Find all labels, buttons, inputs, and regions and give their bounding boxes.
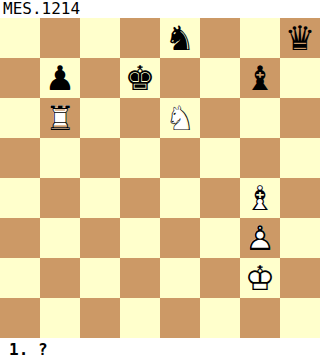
- square-g3[interactable]: ♟♙: [240, 218, 280, 258]
- square-a4[interactable]: [0, 178, 40, 218]
- square-d3[interactable]: [120, 218, 160, 258]
- square-h4[interactable]: [280, 178, 320, 218]
- square-g1[interactable]: [240, 298, 280, 338]
- white-king-fill: ♚: [240, 258, 280, 298]
- white-rook-piece[interactable]: ♖: [40, 98, 80, 138]
- square-c1[interactable]: [80, 298, 120, 338]
- puzzle-title: MES.1214: [0, 0, 320, 18]
- square-g7[interactable]: ♝: [240, 58, 280, 98]
- square-c5[interactable]: [80, 138, 120, 178]
- square-f5[interactable]: [200, 138, 240, 178]
- white-bishop-fill: ♝: [240, 178, 280, 218]
- square-d2[interactable]: [120, 258, 160, 298]
- square-a6[interactable]: [0, 98, 40, 138]
- square-c3[interactable]: [80, 218, 120, 258]
- white-pawn-piece[interactable]: ♙: [240, 218, 280, 258]
- square-e2[interactable]: [160, 258, 200, 298]
- square-b1[interactable]: [40, 298, 80, 338]
- black-knight-piece[interactable]: ♞: [160, 18, 200, 58]
- square-f1[interactable]: [200, 298, 240, 338]
- square-c7[interactable]: [80, 58, 120, 98]
- square-e6[interactable]: ♞♘: [160, 98, 200, 138]
- square-d5[interactable]: [120, 138, 160, 178]
- chess-board: ♞♛♟♚♝♜♖♞♘♝♗♟♙♚♔: [0, 18, 320, 338]
- white-knight-piece[interactable]: ♘: [160, 98, 200, 138]
- square-b7[interactable]: ♟: [40, 58, 80, 98]
- square-d6[interactable]: [120, 98, 160, 138]
- square-d8[interactable]: [120, 18, 160, 58]
- square-e8[interactable]: ♞: [160, 18, 200, 58]
- white-rook-fill: ♜: [40, 98, 80, 138]
- move-prompt: 1. ?: [0, 338, 320, 360]
- square-d4[interactable]: [120, 178, 160, 218]
- square-f7[interactable]: [200, 58, 240, 98]
- white-king-piece[interactable]: ♔: [240, 258, 280, 298]
- black-pawn-piece[interactable]: ♟: [40, 58, 80, 98]
- square-c6[interactable]: [80, 98, 120, 138]
- square-g6[interactable]: [240, 98, 280, 138]
- square-h5[interactable]: [280, 138, 320, 178]
- square-h3[interactable]: [280, 218, 320, 258]
- square-f4[interactable]: [200, 178, 240, 218]
- square-b6[interactable]: ♜♖: [40, 98, 80, 138]
- white-pawn-fill: ♟: [240, 218, 280, 258]
- square-e4[interactable]: [160, 178, 200, 218]
- square-c8[interactable]: [80, 18, 120, 58]
- square-e7[interactable]: [160, 58, 200, 98]
- square-b3[interactable]: [40, 218, 80, 258]
- square-b2[interactable]: [40, 258, 80, 298]
- square-g2[interactable]: ♚♔: [240, 258, 280, 298]
- square-e3[interactable]: [160, 218, 200, 258]
- square-f6[interactable]: [200, 98, 240, 138]
- square-b8[interactable]: [40, 18, 80, 58]
- square-d7[interactable]: ♚: [120, 58, 160, 98]
- black-king-piece[interactable]: ♚: [120, 58, 160, 98]
- square-a3[interactable]: [0, 218, 40, 258]
- square-b5[interactable]: [40, 138, 80, 178]
- square-h7[interactable]: [280, 58, 320, 98]
- square-a8[interactable]: [0, 18, 40, 58]
- square-d1[interactable]: [120, 298, 160, 338]
- square-g5[interactable]: [240, 138, 280, 178]
- black-bishop-piece[interactable]: ♝: [240, 58, 280, 98]
- square-a2[interactable]: [0, 258, 40, 298]
- black-queen-piece[interactable]: ♛: [280, 18, 320, 58]
- square-c4[interactable]: [80, 178, 120, 218]
- square-e5[interactable]: [160, 138, 200, 178]
- square-c2[interactable]: [80, 258, 120, 298]
- square-f3[interactable]: [200, 218, 240, 258]
- square-e1[interactable]: [160, 298, 200, 338]
- square-f2[interactable]: [200, 258, 240, 298]
- square-h1[interactable]: [280, 298, 320, 338]
- square-g4[interactable]: ♝♗: [240, 178, 280, 218]
- square-h2[interactable]: [280, 258, 320, 298]
- square-b4[interactable]: [40, 178, 80, 218]
- square-h6[interactable]: [280, 98, 320, 138]
- white-bishop-piece[interactable]: ♗: [240, 178, 280, 218]
- white-knight-fill: ♞: [160, 98, 200, 138]
- square-a7[interactable]: [0, 58, 40, 98]
- square-f8[interactable]: [200, 18, 240, 58]
- square-g8[interactable]: [240, 18, 280, 58]
- square-a1[interactable]: [0, 298, 40, 338]
- square-h8[interactable]: ♛: [280, 18, 320, 58]
- square-a5[interactable]: [0, 138, 40, 178]
